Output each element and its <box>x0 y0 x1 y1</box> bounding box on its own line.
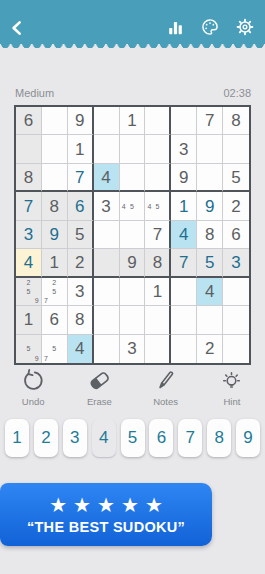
given-digit: 5 <box>231 169 240 186</box>
cell-r1c9[interactable]: 8 <box>223 107 249 135</box>
numpad-key-4[interactable]: 4 <box>92 419 116 457</box>
five-star-rating: ★★★★★ <box>43 495 169 515</box>
cell-r2c7[interactable]: 3 <box>171 135 197 163</box>
hint-button[interactable]: Hint <box>199 368 265 407</box>
cell-r9c4[interactable] <box>94 335 120 363</box>
cell-r3c7[interactable]: 9 <box>171 164 197 192</box>
sudoku-app: Medium 02:38 691781387495786345451923957… <box>0 0 265 574</box>
cell-r8c7[interactable] <box>171 306 197 334</box>
user-digit: 7 <box>24 198 33 215</box>
undo-icon <box>21 368 46 393</box>
numpad-key-3[interactable]: 3 <box>63 419 87 457</box>
pencil-notes: 57 <box>42 335 67 363</box>
cell-r9c1[interactable]: 59 <box>16 335 42 363</box>
cell-r6c3[interactable]: 2 <box>68 249 94 277</box>
user-digit: 3 <box>24 226 33 243</box>
palette-icon <box>200 17 220 37</box>
user-digit: 4 <box>24 254 33 271</box>
cell-r4c6[interactable]: 45 <box>145 192 171 220</box>
cell-r6c5[interactable]: 9 <box>120 249 146 277</box>
given-digit: 8 <box>24 169 33 186</box>
cell-r1c1[interactable]: 6 <box>16 107 42 135</box>
given-digit: 3 <box>127 340 136 357</box>
given-digit: 7 <box>153 226 162 243</box>
cell-r7c8[interactable]: 4 <box>197 278 223 306</box>
given-digit: 2 <box>75 254 84 271</box>
cell-r1c8[interactable]: 7 <box>197 107 223 135</box>
cell-r5c6[interactable]: 7 <box>145 221 171 249</box>
cell-r5c9[interactable]: 6 <box>223 221 249 249</box>
bar-chart-icon <box>166 18 185 37</box>
cell-r6c6[interactable]: 8 <box>145 249 171 277</box>
pencil-notes: 257 <box>42 278 67 305</box>
cell-r2c5[interactable] <box>120 135 146 163</box>
given-digit: 2 <box>205 340 214 357</box>
given-digit: 8 <box>153 254 162 271</box>
given-digit: 8 <box>231 112 240 129</box>
given-digit: 3 <box>179 141 188 158</box>
cell-r6c4[interactable] <box>94 249 120 277</box>
rating-banner-text: “THE BEST SUDOKU” <box>27 519 185 535</box>
numpad-key-1[interactable]: 1 <box>5 419 29 457</box>
cell-r3c6[interactable] <box>145 164 171 192</box>
cell-r5c8[interactable]: 8 <box>197 221 223 249</box>
cell-r1c4[interactable] <box>94 107 120 135</box>
cell-r4c4[interactable]: 3 <box>94 192 120 220</box>
timer: 02:38 <box>223 87 251 99</box>
cell-r1c6[interactable] <box>145 107 171 135</box>
cell-r6c9[interactable]: 3 <box>223 249 249 277</box>
cell-r8c3[interactable]: 8 <box>68 306 94 334</box>
user-digit: 9 <box>205 198 214 215</box>
cell-r9c2[interactable]: 57 <box>42 335 68 363</box>
top-bar-actions <box>164 15 257 39</box>
cell-r4c2[interactable]: 8 <box>42 192 68 220</box>
cell-r4c9[interactable]: 2 <box>223 192 249 220</box>
cell-r7c6[interactable]: 1 <box>145 278 171 306</box>
cell-r4c1[interactable]: 7 <box>16 192 42 220</box>
cell-r5c5[interactable] <box>120 221 146 249</box>
gear-icon <box>235 17 255 37</box>
cell-r3c3[interactable]: 7 <box>68 164 94 192</box>
numpad-key-6[interactable]: 6 <box>149 419 173 457</box>
given-digit: 3 <box>101 198 110 215</box>
cell-r3c8[interactable] <box>197 164 223 192</box>
number-pad: 123456789 <box>5 419 260 457</box>
given-digit: 2 <box>231 198 240 215</box>
erase-button[interactable]: Erase <box>66 368 132 407</box>
given-digit: 6 <box>24 112 33 129</box>
cell-r6c7[interactable]: 7 <box>171 249 197 277</box>
cell-r1c2[interactable] <box>42 107 68 135</box>
status-row: Medium 02:38 <box>15 87 251 99</box>
user-digit: 5 <box>205 254 214 271</box>
sudoku-board: 6917813874957863454519239574864129875325… <box>14 105 251 365</box>
cell-r8c6[interactable] <box>145 306 171 334</box>
user-digit: 3 <box>231 254 240 271</box>
given-digit: 1 <box>153 283 162 300</box>
cell-r1c5[interactable]: 1 <box>120 107 146 135</box>
cell-r5c4[interactable] <box>94 221 120 249</box>
cell-r2c1[interactable] <box>16 135 42 163</box>
cell-r2c8[interactable] <box>197 135 223 163</box>
user-digit: 7 <box>179 254 188 271</box>
cell-r1c3[interactable]: 9 <box>68 107 94 135</box>
user-digit: 7 <box>75 169 84 186</box>
cell-r7c9[interactable] <box>223 278 249 306</box>
given-digit: 8 <box>75 311 84 328</box>
cell-r2c9[interactable] <box>223 135 249 163</box>
pencil-notes: 259 <box>16 278 41 305</box>
cell-r6c8[interactable]: 5 <box>197 249 223 277</box>
given-digit: 3 <box>75 283 84 300</box>
cell-r9c7[interactable] <box>171 335 197 363</box>
erase-label: Erase <box>87 396 112 407</box>
numpad-key-7[interactable]: 7 <box>178 419 202 457</box>
action-toolbar: Undo Erase Notes <box>0 368 265 407</box>
cell-r8c9[interactable] <box>223 306 249 334</box>
given-digit: 8 <box>205 226 214 243</box>
cell-r8c1[interactable]: 1 <box>16 306 42 334</box>
cell-r5c3[interactable]: 5 <box>68 221 94 249</box>
cell-r9c3[interactable]: 4 <box>68 335 94 363</box>
cell-r2c3[interactable]: 1 <box>68 135 94 163</box>
numpad-key-2[interactable]: 2 <box>34 419 58 457</box>
hint-label: Hint <box>223 396 240 407</box>
back-button[interactable] <box>6 17 28 39</box>
cell-r4c3[interactable]: 6 <box>68 192 94 220</box>
numpad-key-9[interactable]: 9 <box>236 419 260 457</box>
theme-button[interactable] <box>198 15 222 39</box>
chevron-left-icon <box>8 19 26 37</box>
undo-label: Undo <box>22 396 45 407</box>
given-digit: 9 <box>179 169 188 186</box>
given-digit: 1 <box>75 141 84 158</box>
cell-r2c2[interactable] <box>42 135 68 163</box>
cell-r5c2[interactable]: 9 <box>42 221 68 249</box>
pencil-notes: 59 <box>16 335 41 363</box>
given-digit: 5 <box>75 226 84 243</box>
cell-r5c7[interactable]: 4 <box>171 221 197 249</box>
cell-r3c5[interactable] <box>120 164 146 192</box>
given-digit: 8 <box>50 198 59 215</box>
cell-r2c6[interactable] <box>145 135 171 163</box>
pencil-icon <box>153 368 178 393</box>
cell-r7c4[interactable] <box>94 278 120 306</box>
pencil-notes: 45 <box>145 192 169 219</box>
cell-r7c2[interactable]: 257 <box>42 278 68 306</box>
cell-r8c4[interactable] <box>94 306 120 334</box>
given-digit: 4 <box>101 169 110 186</box>
top-bar <box>0 0 265 44</box>
undo-button[interactable]: Undo <box>0 368 66 407</box>
cell-r8c5[interactable] <box>120 306 146 334</box>
given-digit: 1 <box>127 112 136 129</box>
numpad-key-5[interactable]: 5 <box>121 419 145 457</box>
cell-r2c4[interactable] <box>94 135 120 163</box>
cell-r3c2[interactable] <box>42 164 68 192</box>
given-digit: 9 <box>127 254 136 271</box>
cell-r3c4[interactable]: 4 <box>94 164 120 192</box>
stats-button[interactable] <box>164 16 187 39</box>
cell-r9c6[interactable] <box>145 335 171 363</box>
lightbulb-icon <box>219 368 244 393</box>
given-digit: 6 <box>50 311 59 328</box>
user-digit: 4 <box>179 226 188 243</box>
given-digit: 4 <box>205 283 214 300</box>
notes-button[interactable]: Notes <box>133 368 199 407</box>
given-digit: 4 <box>75 340 84 357</box>
cell-r8c8[interactable] <box>197 306 223 334</box>
given-digit: 7 <box>205 112 214 129</box>
given-digit: 1 <box>24 311 33 328</box>
given-digit: 6 <box>231 226 240 243</box>
cell-r3c1[interactable]: 8 <box>16 164 42 192</box>
given-digit: 1 <box>50 254 59 271</box>
rating-banner[interactable]: ★★★★★ “THE BEST SUDOKU” <box>0 483 212 546</box>
eraser-icon <box>87 368 112 393</box>
cell-r4c8[interactable]: 9 <box>197 192 223 220</box>
cell-r6c2[interactable]: 1 <box>42 249 68 277</box>
cell-r9c5[interactable]: 3 <box>120 335 146 363</box>
pencil-notes: 45 <box>120 192 145 219</box>
user-digit: 1 <box>179 198 188 215</box>
cell-r3c9[interactable]: 5 <box>223 164 249 192</box>
cell-r7c1[interactable]: 259 <box>16 278 42 306</box>
cell-r4c7[interactable]: 1 <box>171 192 197 220</box>
cell-r9c8[interactable]: 2 <box>197 335 223 363</box>
cell-r4c5[interactable]: 45 <box>120 192 146 220</box>
numpad-key-8[interactable]: 8 <box>207 419 231 457</box>
settings-button[interactable] <box>233 15 257 39</box>
difficulty-label: Medium <box>15 87 54 99</box>
cell-r7c3[interactable]: 3 <box>68 278 94 306</box>
user-digit: 9 <box>50 226 59 243</box>
cell-r6c1[interactable]: 4 <box>16 249 42 277</box>
header-scallop-edge <box>0 44 265 49</box>
given-digit: 9 <box>75 112 84 129</box>
user-digit: 6 <box>75 198 84 215</box>
cell-r1c7[interactable] <box>171 107 197 135</box>
cell-r9c9[interactable] <box>223 335 249 363</box>
cell-r7c5[interactable] <box>120 278 146 306</box>
cell-r7c7[interactable] <box>171 278 197 306</box>
cell-r8c2[interactable]: 6 <box>42 306 68 334</box>
cell-r5c1[interactable]: 3 <box>16 221 42 249</box>
notes-label: Notes <box>153 396 178 407</box>
